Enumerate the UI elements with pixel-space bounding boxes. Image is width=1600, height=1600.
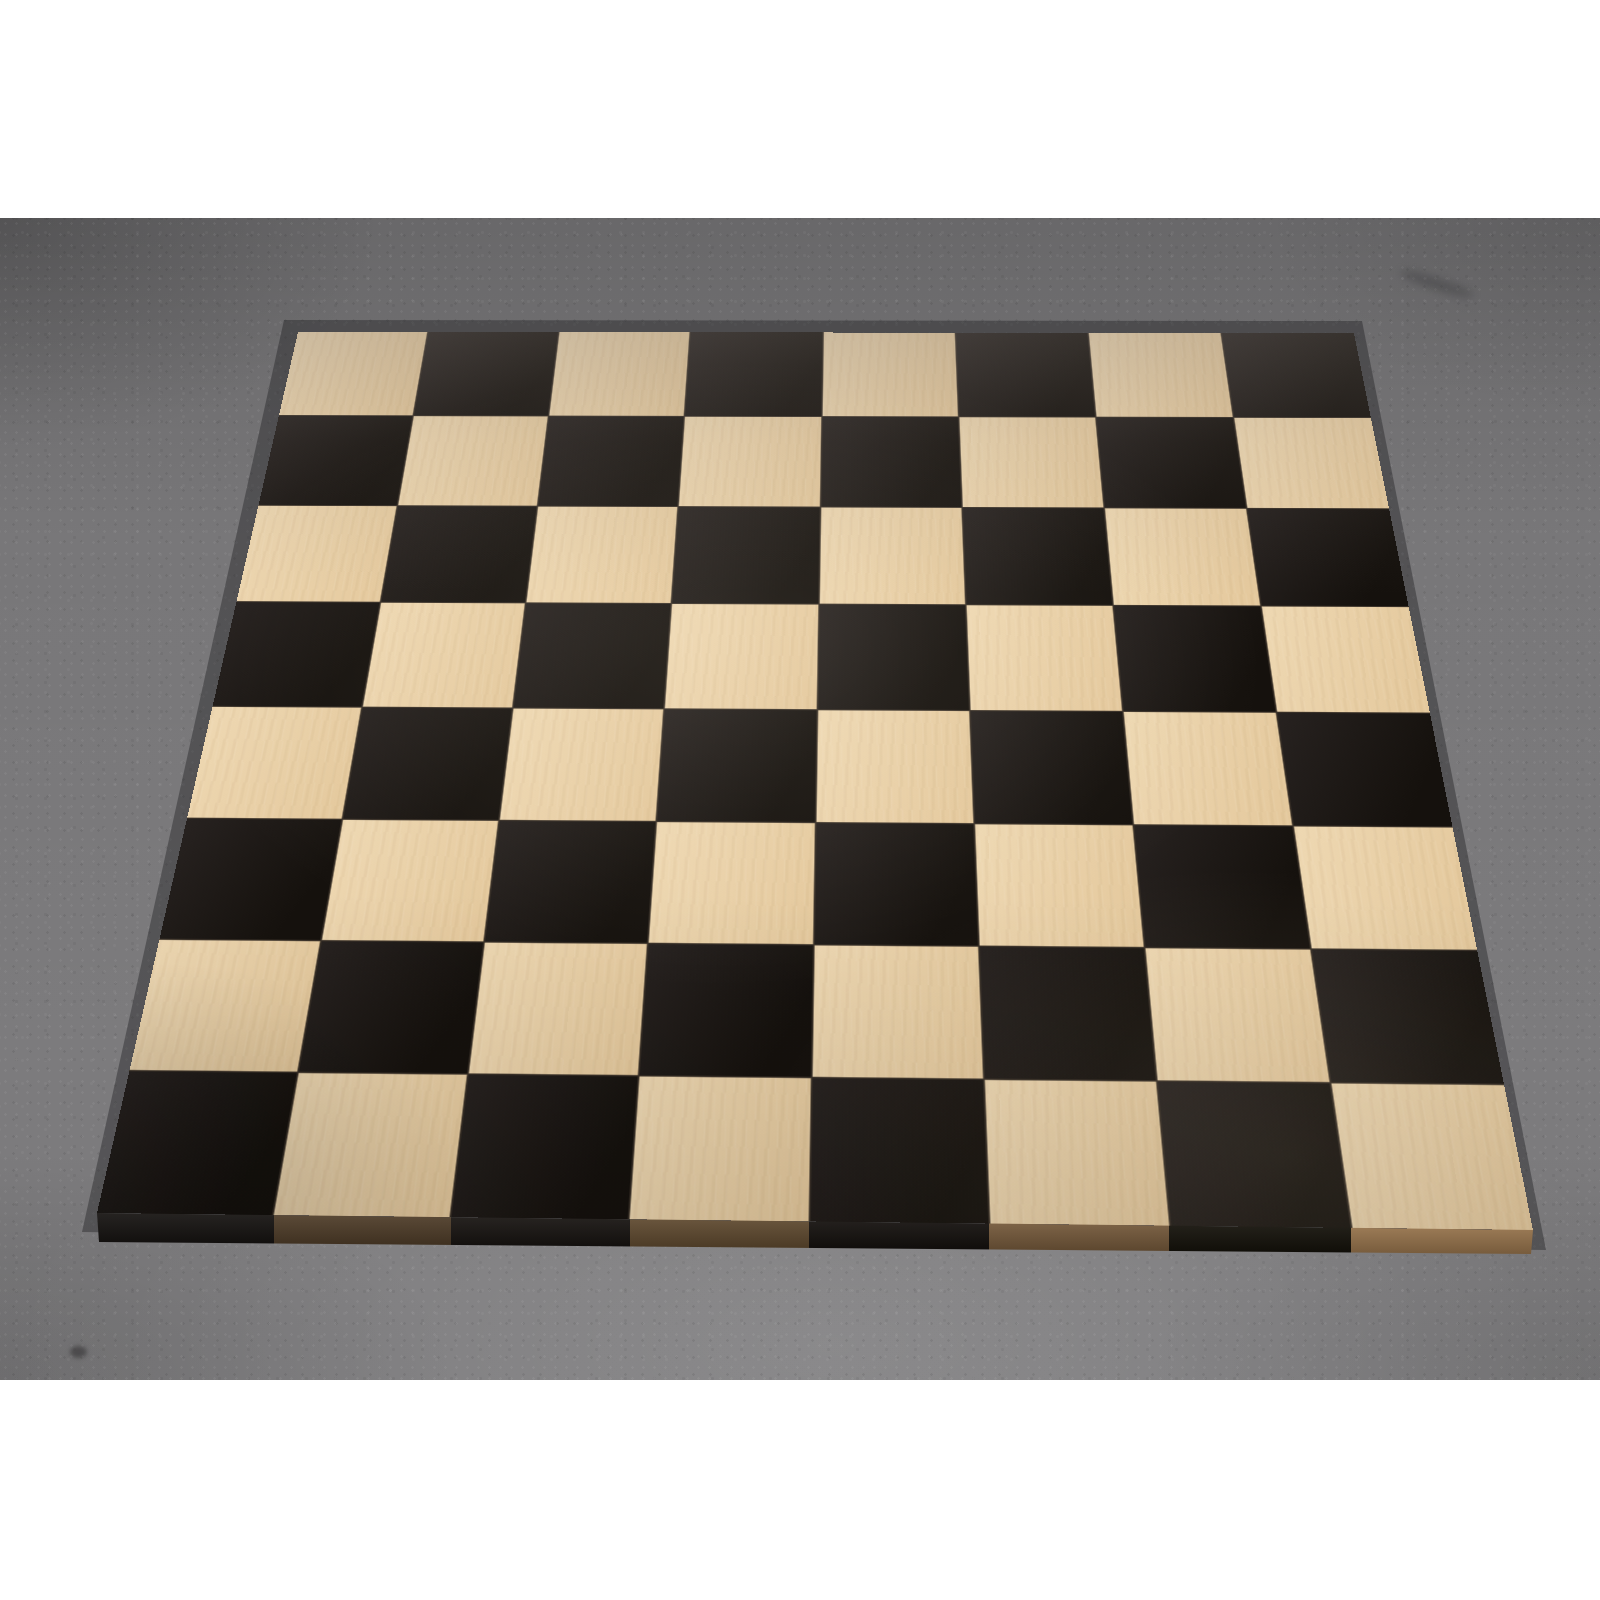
square-c4 [500,708,664,820]
square-a6 [237,506,397,602]
square-d3 [649,822,814,944]
square-h1 [1331,1083,1533,1230]
square-g5 [1114,606,1276,711]
square-b2 [299,941,484,1073]
square-g3 [1134,825,1310,948]
square-g1 [1157,1082,1350,1228]
square-d6 [673,507,819,604]
square-d4 [658,709,816,822]
square-e1 [810,1078,988,1224]
square-a3 [160,818,342,939]
square-d1 [630,1076,810,1221]
square-d5 [665,604,817,708]
square-d8 [686,332,822,416]
concrete-speck [70,1346,87,1358]
square-e7 [821,417,961,507]
square-h4 [1277,712,1452,826]
square-g2 [1145,948,1329,1082]
square-d7 [679,417,820,507]
square-e4 [816,710,973,823]
square-d2 [640,944,812,1077]
square-c2 [469,942,647,1075]
square-g6 [1105,509,1260,606]
square-a4 [187,706,361,818]
square-f3 [974,824,1143,947]
square-b4 [344,707,513,819]
square-g7 [1096,418,1246,508]
square-f8 [956,333,1095,417]
photo-area [0,218,1600,1380]
square-a2 [130,940,321,1072]
square-f6 [962,508,1112,605]
square-g8 [1088,333,1232,417]
square-e2 [812,945,983,1078]
square-f1 [984,1080,1169,1226]
square-f2 [979,946,1155,1080]
chessboard [97,332,1533,1230]
square-b6 [381,506,537,602]
square-f4 [970,711,1132,824]
board-grid [97,332,1533,1230]
square-b1 [274,1073,467,1217]
screenshot-canvas [0,0,1600,1600]
square-e6 [819,508,964,605]
square-h6 [1247,509,1408,606]
square-f7 [959,417,1103,507]
square-c7 [539,417,685,507]
square-a1 [97,1071,297,1215]
square-e5 [817,605,968,709]
square-b5 [363,603,525,707]
square-h2 [1312,949,1504,1083]
square-c3 [485,821,656,943]
square-h8 [1222,333,1371,417]
square-b8 [414,332,558,416]
square-a5 [213,602,380,706]
concrete-smudge [1398,266,1476,302]
square-c8 [550,332,690,416]
square-e3 [814,823,978,945]
square-h3 [1294,826,1477,949]
square-h5 [1262,607,1430,712]
square-c1 [452,1075,639,1220]
square-b3 [322,819,498,941]
square-a7 [259,416,413,505]
square-c6 [527,507,678,604]
square-b7 [398,416,548,506]
square-a8 [279,332,427,415]
square-f5 [966,606,1122,711]
square-h7 [1234,418,1389,509]
square-g4 [1123,711,1292,824]
square-c5 [514,604,671,708]
square-e8 [822,332,958,416]
